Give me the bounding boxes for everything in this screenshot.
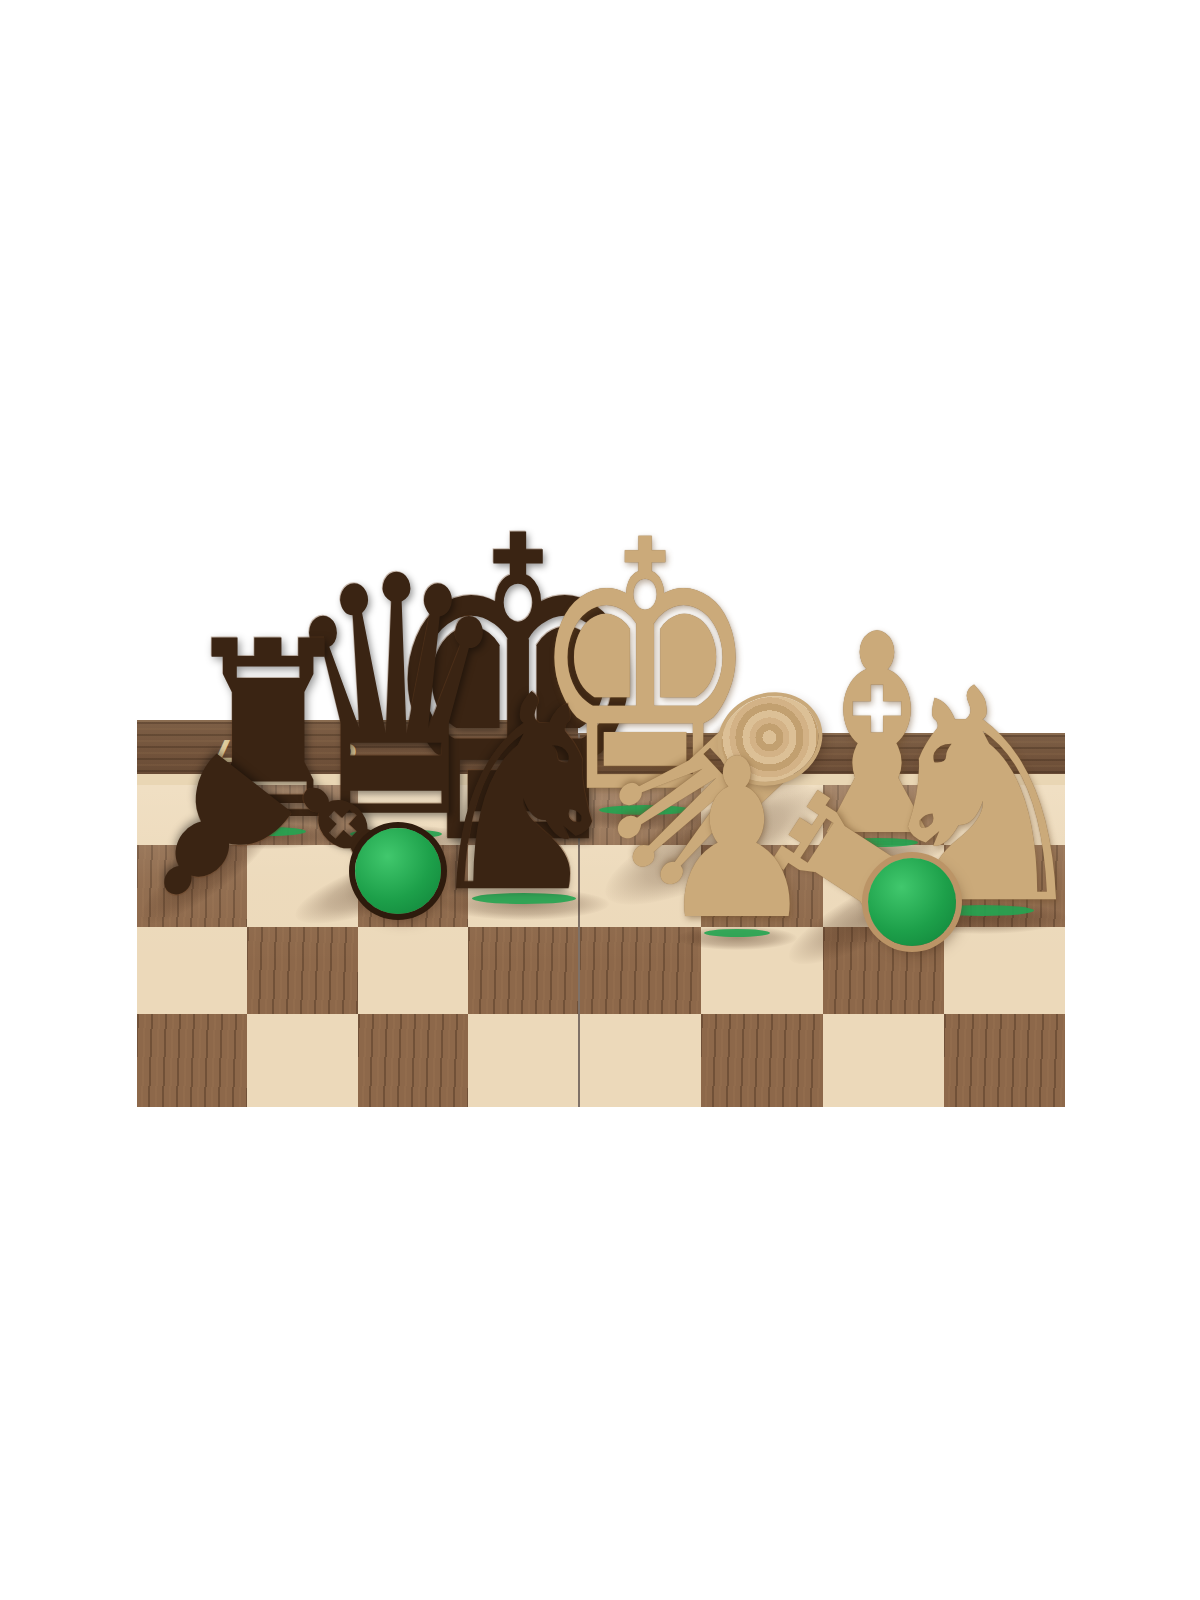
photo-crop-mask [0, 1107, 1200, 1600]
board-square [137, 1014, 247, 1109]
dark-bishop-felt-base [355, 828, 441, 914]
board-square [358, 1014, 468, 1109]
product-photo-canvas: 7 c ♚ ♚ ♛ ♛ ♜ ♝ ♞ ♞ ♟ ♝ ♜ [0, 0, 1200, 1600]
board-square [580, 1014, 701, 1109]
board-square [247, 927, 357, 1014]
board-square [944, 1014, 1065, 1109]
light-pawn: ♟ [658, 730, 816, 950]
board-square [823, 1014, 944, 1109]
board-square [468, 1014, 578, 1109]
board-square [701, 1014, 822, 1109]
chess-product-photo: 7 c ♚ ♚ ♛ ♛ ♜ ♝ ♞ ♞ ♟ ♝ ♜ [0, 0, 1200, 1600]
dark-knight: ♞ [417, 660, 630, 930]
light-rook-felt-base [868, 858, 956, 946]
board-square [247, 1014, 357, 1109]
